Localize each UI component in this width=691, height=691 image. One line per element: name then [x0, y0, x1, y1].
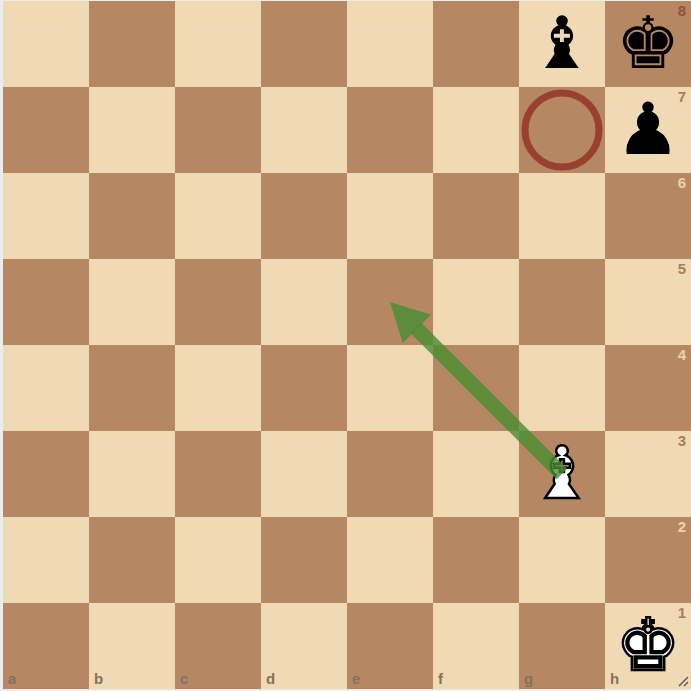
rank-label-2: 2	[678, 519, 686, 534]
square-c5[interactable]	[175, 259, 261, 345]
square-d2[interactable]	[261, 517, 347, 603]
square-e5[interactable]	[347, 259, 433, 345]
square-b6[interactable]	[89, 173, 175, 259]
square-e1[interactable]: e	[347, 603, 433, 689]
square-e8[interactable]	[347, 1, 433, 87]
square-f2[interactable]	[433, 517, 519, 603]
square-e4[interactable]	[347, 345, 433, 431]
square-h3[interactable]: 3	[605, 431, 691, 517]
square-a8[interactable]	[3, 1, 89, 87]
square-d7[interactable]	[261, 87, 347, 173]
black-king[interactable]: ♚	[605, 1, 691, 87]
square-g2[interactable]	[519, 517, 605, 603]
square-c3[interactable]	[175, 431, 261, 517]
board-stage: ♝8♚7♟654♝32abcdefg1h♚	[0, 0, 691, 691]
square-g5[interactable]	[519, 259, 605, 345]
square-b1[interactable]: b	[89, 603, 175, 689]
file-label-e: e	[352, 671, 360, 686]
square-f6[interactable]	[433, 173, 519, 259]
square-a2[interactable]	[3, 517, 89, 603]
black-pawn[interactable]: ♟	[605, 87, 691, 173]
square-a5[interactable]	[3, 259, 89, 345]
square-a1[interactable]: a	[3, 603, 89, 689]
square-h5[interactable]: 5	[605, 259, 691, 345]
file-label-g: g	[524, 671, 533, 686]
square-f5[interactable]	[433, 259, 519, 345]
square-g4[interactable]	[519, 345, 605, 431]
square-b2[interactable]	[89, 517, 175, 603]
square-c8[interactable]	[175, 1, 261, 87]
square-d3[interactable]	[261, 431, 347, 517]
square-h6[interactable]: 6	[605, 173, 691, 259]
rank-label-6: 6	[678, 175, 686, 190]
square-c4[interactable]	[175, 345, 261, 431]
square-d6[interactable]	[261, 173, 347, 259]
square-g6[interactable]	[519, 173, 605, 259]
black-bishop[interactable]: ♝	[519, 1, 605, 87]
square-h8[interactable]: 8♚	[605, 1, 691, 87]
square-b3[interactable]	[89, 431, 175, 517]
square-g1[interactable]: g	[519, 603, 605, 689]
square-b5[interactable]	[89, 259, 175, 345]
square-h4[interactable]: 4	[605, 345, 691, 431]
square-h7[interactable]: 7♟	[605, 87, 691, 173]
square-e7[interactable]	[347, 87, 433, 173]
square-g8[interactable]: ♝	[519, 1, 605, 87]
square-a6[interactable]	[3, 173, 89, 259]
square-f7[interactable]	[433, 87, 519, 173]
file-label-f: f	[438, 671, 443, 686]
rank-label-4: 4	[678, 347, 686, 362]
file-label-d: d	[266, 671, 275, 686]
square-a4[interactable]	[3, 345, 89, 431]
square-f1[interactable]: f	[433, 603, 519, 689]
square-c2[interactable]	[175, 517, 261, 603]
square-b7[interactable]	[89, 87, 175, 173]
square-h2[interactable]: 2	[605, 517, 691, 603]
file-label-b: b	[94, 671, 103, 686]
square-b8[interactable]	[89, 1, 175, 87]
square-g7[interactable]	[519, 87, 605, 173]
square-c6[interactable]	[175, 173, 261, 259]
chess-board: ♝8♚7♟654♝32abcdefg1h♚	[3, 1, 691, 689]
square-e6[interactable]	[347, 173, 433, 259]
square-f4[interactable]	[433, 345, 519, 431]
square-e2[interactable]	[347, 517, 433, 603]
square-f8[interactable]	[433, 1, 519, 87]
square-a7[interactable]	[3, 87, 89, 173]
square-g3[interactable]: ♝	[519, 431, 605, 517]
rank-label-3: 3	[678, 433, 686, 448]
resize-handle-icon[interactable]	[675, 673, 689, 687]
square-d5[interactable]	[261, 259, 347, 345]
square-d8[interactable]	[261, 1, 347, 87]
file-label-a: a	[8, 671, 16, 686]
white-bishop[interactable]: ♝	[519, 431, 605, 517]
rank-label-5: 5	[678, 261, 686, 276]
square-c1[interactable]: c	[175, 603, 261, 689]
square-e3[interactable]	[347, 431, 433, 517]
square-d4[interactable]	[261, 345, 347, 431]
square-d1[interactable]: d	[261, 603, 347, 689]
square-b4[interactable]	[89, 345, 175, 431]
file-label-c: c	[180, 671, 188, 686]
square-a3[interactable]	[3, 431, 89, 517]
square-f3[interactable]	[433, 431, 519, 517]
square-c7[interactable]	[175, 87, 261, 173]
